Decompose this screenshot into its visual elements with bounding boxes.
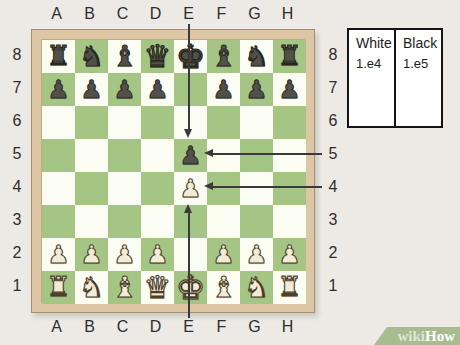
piece-black-pawn-e5: ♟ — [179, 143, 201, 168]
piece-white-knight-b1: ♞ — [79, 274, 104, 302]
piece-black-king-e8: ♚ — [176, 40, 206, 73]
square-c6 — [108, 106, 141, 139]
rank-label-8: 8 — [6, 38, 28, 71]
file-label-F: F — [205, 4, 238, 24]
piece-black-pawn-a7: ♟ — [47, 77, 69, 102]
moves-table: White 1.e4 Black 1.e5 — [347, 28, 443, 128]
square-d1: ♛ — [141, 271, 174, 304]
file-label-E: E — [172, 317, 205, 337]
piece-black-pawn-c7: ♟ — [113, 77, 135, 102]
file-label-D: D — [139, 317, 172, 337]
square-b7: ♟ — [75, 73, 108, 106]
square-h6 — [273, 106, 306, 139]
square-f2: ♟ — [207, 238, 240, 271]
piece-white-rook-h1: ♜ — [277, 274, 301, 301]
rank-label-6: 6 — [322, 104, 344, 137]
square-a4 — [42, 172, 75, 205]
file-label-C: C — [106, 317, 139, 337]
rank-label-5: 5 — [6, 137, 28, 170]
square-e8: ♚ — [174, 40, 207, 73]
rank-label-4: 4 — [6, 170, 28, 203]
arrow-head-left-icon — [204, 149, 213, 157]
square-b1: ♞ — [75, 271, 108, 304]
rank-label-5: 5 — [322, 137, 344, 170]
wikihow-wiki-text: wiki — [397, 328, 425, 344]
file-label-D: D — [139, 4, 172, 24]
square-c8: ♝ — [108, 40, 141, 73]
square-e2 — [174, 238, 207, 271]
moves-header-black: Black — [403, 35, 441, 51]
square-b5 — [75, 139, 108, 172]
square-a7: ♟ — [42, 73, 75, 106]
square-h3 — [273, 205, 306, 238]
square-a6 — [42, 106, 75, 139]
square-d5 — [141, 139, 174, 172]
move-black: 1.e5 — [403, 56, 441, 71]
file-labels-bottom: ABCDEFGH — [40, 317, 304, 337]
square-d7: ♟ — [141, 73, 174, 106]
file-label-A: A — [40, 317, 73, 337]
rank-labels-right: 87654321 — [322, 38, 344, 302]
moves-column-white: White 1.e4 — [349, 30, 396, 126]
rank-label-4: 4 — [322, 170, 344, 203]
rank-labels-left: 87654321 — [6, 38, 28, 302]
square-c7: ♟ — [108, 73, 141, 106]
square-b3 — [75, 205, 108, 238]
square-f8: ♝ — [207, 40, 240, 73]
piece-black-pawn-d7: ♟ — [146, 77, 168, 102]
piece-black-pawn-h7: ♟ — [278, 77, 300, 102]
file-label-B: B — [73, 317, 106, 337]
arrow-head-up-icon — [184, 204, 192, 213]
square-c2: ♟ — [108, 238, 141, 271]
file-label-B: B — [73, 4, 106, 24]
square-b4 — [75, 172, 108, 205]
square-e1: ♚ — [174, 271, 207, 304]
moves-header-white: White — [356, 35, 394, 51]
file-label-A: A — [40, 4, 73, 24]
square-a5 — [42, 139, 75, 172]
file-label-H: H — [271, 317, 304, 337]
file-label-G: G — [238, 317, 271, 337]
rank-label-8: 8 — [322, 38, 344, 71]
file-label-E: E — [172, 4, 205, 24]
file-label-G: G — [238, 4, 271, 24]
moves-column-black: Black 1.e5 — [396, 30, 441, 126]
chess-board: ♜♞♝♛♚♝♞♜♟♟♟♟♟♟♟♟♟♟♟♟♟♟♟♟♜♞♝♛♚♝♞♜ — [31, 29, 315, 313]
arrow-head-down-icon — [184, 129, 192, 138]
file-label-C: C — [106, 4, 139, 24]
square-h5 — [273, 139, 306, 172]
wikihow-how-text: How — [425, 328, 455, 344]
piece-black-knight-g8: ♞ — [244, 43, 269, 71]
square-h4 — [273, 172, 306, 205]
square-b2: ♟ — [75, 238, 108, 271]
arrow-head-left-icon — [204, 182, 213, 190]
piece-white-pawn-a2: ♟ — [47, 242, 69, 267]
square-a8: ♜ — [42, 40, 75, 73]
piece-black-pawn-f7: ♟ — [212, 77, 234, 102]
move-white: 1.e4 — [356, 56, 394, 71]
square-g6 — [240, 106, 273, 139]
piece-black-bishop-c8: ♝ — [112, 42, 138, 71]
piece-white-king-e1: ♚ — [176, 271, 206, 304]
board-grid: ♜♞♝♛♚♝♞♜♟♟♟♟♟♟♟♟♟♟♟♟♟♟♟♟♜♞♝♛♚♝♞♜ — [41, 39, 305, 303]
rank-label-2: 2 — [322, 236, 344, 269]
square-d3 — [141, 205, 174, 238]
rank-label-3: 3 — [6, 203, 28, 236]
square-d6 — [141, 106, 174, 139]
file-label-F: F — [205, 317, 238, 337]
square-c4 — [108, 172, 141, 205]
chess-lesson-figure: ♜♞♝♛♚♝♞♜♟♟♟♟♟♟♟♟♟♟♟♟♟♟♟♟♜♞♝♛♚♝♞♜ ABCDEFG… — [0, 0, 460, 345]
file-labels-top: ABCDEFGH — [40, 4, 304, 24]
square-c3 — [108, 205, 141, 238]
square-f7: ♟ — [207, 73, 240, 106]
square-h8: ♜ — [273, 40, 306, 73]
square-g7: ♟ — [240, 73, 273, 106]
square-g1: ♞ — [240, 271, 273, 304]
square-g5 — [240, 139, 273, 172]
square-b8: ♞ — [75, 40, 108, 73]
square-b6 — [75, 106, 108, 139]
square-e5: ♟ — [174, 139, 207, 172]
square-h2: ♟ — [273, 238, 306, 271]
square-c1: ♝ — [108, 271, 141, 304]
arrow-line — [188, 213, 190, 318]
piece-white-pawn-b2: ♟ — [80, 242, 102, 267]
square-g3 — [240, 205, 273, 238]
piece-black-queen-d8: ♛ — [144, 41, 172, 72]
square-g2: ♟ — [240, 238, 273, 271]
square-d8: ♛ — [141, 40, 174, 73]
square-a1: ♜ — [42, 271, 75, 304]
rank-label-1: 1 — [322, 269, 344, 302]
arrow-line — [188, 24, 190, 130]
piece-white-pawn-e4: ♟ — [179, 176, 201, 201]
piece-white-pawn-f2: ♟ — [212, 242, 234, 267]
square-f3 — [207, 205, 240, 238]
square-g4 — [240, 172, 273, 205]
piece-white-bishop-c1: ♝ — [112, 273, 138, 302]
piece-black-rook-h8: ♜ — [277, 43, 301, 70]
piece-black-pawn-g7: ♟ — [245, 77, 267, 102]
piece-black-knight-b8: ♞ — [79, 43, 104, 71]
square-h7: ♟ — [273, 73, 306, 106]
wikihow-watermark: wikiHow — [374, 327, 460, 345]
square-a3 — [42, 205, 75, 238]
arrow-line — [212, 186, 322, 188]
piece-black-bishop-f8: ♝ — [211, 42, 237, 71]
file-label-H: H — [271, 4, 304, 24]
square-e7 — [174, 73, 207, 106]
piece-black-pawn-b7: ♟ — [80, 77, 102, 102]
piece-white-pawn-h2: ♟ — [278, 242, 300, 267]
arrow-line — [212, 153, 322, 155]
square-d4 — [141, 172, 174, 205]
rank-label-1: 1 — [6, 269, 28, 302]
piece-white-pawn-g2: ♟ — [245, 242, 267, 267]
piece-white-queen-d1: ♛ — [144, 272, 172, 303]
square-f1: ♝ — [207, 271, 240, 304]
rank-label-7: 7 — [322, 71, 344, 104]
square-c5 — [108, 139, 141, 172]
piece-white-rook-a1: ♜ — [46, 274, 70, 301]
rank-label-6: 6 — [6, 104, 28, 137]
square-g8: ♞ — [240, 40, 273, 73]
piece-white-knight-g1: ♞ — [244, 274, 269, 302]
piece-white-pawn-d2: ♟ — [146, 242, 168, 267]
piece-white-pawn-c2: ♟ — [113, 242, 135, 267]
square-h1: ♜ — [273, 271, 306, 304]
piece-black-rook-a8: ♜ — [46, 43, 70, 70]
piece-white-bishop-f1: ♝ — [211, 273, 237, 302]
square-d2: ♟ — [141, 238, 174, 271]
rank-label-7: 7 — [6, 71, 28, 104]
square-a2: ♟ — [42, 238, 75, 271]
rank-label-3: 3 — [322, 203, 344, 236]
square-e4: ♟ — [174, 172, 207, 205]
rank-label-2: 2 — [6, 236, 28, 269]
square-f6 — [207, 106, 240, 139]
